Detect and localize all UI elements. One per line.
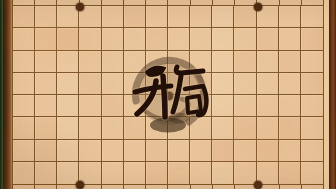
board-cell[interactable] xyxy=(79,140,101,162)
board-cell[interactable] xyxy=(13,6,35,28)
board-cell[interactable] xyxy=(13,28,35,50)
board-cell[interactable] xyxy=(257,28,279,50)
board-edge-left-wood xyxy=(3,0,12,189)
board-cell[interactable] xyxy=(279,51,301,73)
ink-circle-stamp-icon xyxy=(121,47,217,143)
board-cell[interactable] xyxy=(57,6,79,28)
board-cell[interactable] xyxy=(234,6,256,28)
board-cell[interactable] xyxy=(301,140,323,162)
star-point xyxy=(254,3,262,11)
board-cell[interactable] xyxy=(13,117,35,139)
board-cell[interactable] xyxy=(57,73,79,95)
board-cell[interactable] xyxy=(301,6,323,28)
board-cell[interactable] xyxy=(35,28,57,50)
board-cell[interactable] xyxy=(301,28,323,50)
board-cell[interactable] xyxy=(301,117,323,139)
board-cell[interactable] xyxy=(234,95,256,117)
board-cell[interactable] xyxy=(279,6,301,28)
board-edge-right-wood xyxy=(329,0,336,189)
board-cell[interactable] xyxy=(79,28,101,50)
board-cell[interactable] xyxy=(146,6,168,28)
board-cell[interactable] xyxy=(234,73,256,95)
board-cell[interactable] xyxy=(35,117,57,139)
board-cell[interactable] xyxy=(13,51,35,73)
board-cell[interactable] xyxy=(146,162,168,184)
board-cell[interactable] xyxy=(257,117,279,139)
board-cell[interactable] xyxy=(35,162,57,184)
game-board-screen: 开局 xyxy=(0,0,336,189)
board-cell[interactable] xyxy=(234,140,256,162)
board-cell[interactable] xyxy=(257,51,279,73)
board-cell[interactable] xyxy=(57,51,79,73)
board-cell[interactable] xyxy=(35,140,57,162)
board-cell[interactable] xyxy=(257,162,279,184)
board-cell[interactable] xyxy=(301,51,323,73)
board-cell[interactable] xyxy=(279,28,301,50)
board-cell[interactable] xyxy=(234,51,256,73)
board-cell[interactable] xyxy=(57,140,79,162)
board-cell[interactable] xyxy=(301,162,323,184)
board-cell[interactable] xyxy=(168,162,190,184)
board-cell[interactable] xyxy=(79,51,101,73)
board-cell[interactable] xyxy=(279,73,301,95)
board-cell[interactable] xyxy=(79,95,101,117)
board-cell[interactable] xyxy=(257,73,279,95)
board-cell[interactable] xyxy=(79,162,101,184)
board-cell[interactable] xyxy=(57,28,79,50)
board-cell[interactable] xyxy=(301,73,323,95)
board-cell[interactable] xyxy=(234,162,256,184)
board-cell[interactable] xyxy=(35,6,57,28)
opening-stamp: 开局 xyxy=(121,47,217,143)
board-cell[interactable] xyxy=(212,6,234,28)
board-cell[interactable] xyxy=(13,73,35,95)
board-cell[interactable] xyxy=(79,73,101,95)
board-cell[interactable] xyxy=(57,162,79,184)
star-point xyxy=(254,181,262,189)
board-cell[interactable] xyxy=(190,6,212,28)
board-cell[interactable] xyxy=(35,51,57,73)
board-cell[interactable] xyxy=(212,162,234,184)
board-cell[interactable] xyxy=(102,6,124,28)
board-cell[interactable] xyxy=(13,162,35,184)
star-point xyxy=(76,3,84,11)
board-cell[interactable] xyxy=(13,95,35,117)
board-cell[interactable] xyxy=(257,140,279,162)
board-cell[interactable] xyxy=(168,6,190,28)
board-cell[interactable] xyxy=(102,162,124,184)
board-cell[interactable] xyxy=(35,95,57,117)
board-cell[interactable] xyxy=(190,162,212,184)
board-cell[interactable] xyxy=(35,73,57,95)
board-cell[interactable] xyxy=(279,162,301,184)
board-cell[interactable] xyxy=(79,117,101,139)
board-cell[interactable] xyxy=(234,28,256,50)
board-cell[interactable] xyxy=(279,95,301,117)
board-cell[interactable] xyxy=(124,162,146,184)
board-cell[interactable] xyxy=(234,117,256,139)
board-cell[interactable] xyxy=(13,140,35,162)
board-cell[interactable] xyxy=(57,117,79,139)
gridline-extension-bottom xyxy=(12,185,325,189)
board-cell[interactable] xyxy=(57,95,79,117)
board-cell[interactable] xyxy=(301,95,323,117)
star-point xyxy=(76,181,84,189)
board-cell[interactable] xyxy=(124,6,146,28)
board-cell[interactable] xyxy=(279,117,301,139)
board-cell[interactable] xyxy=(257,95,279,117)
board-cell[interactable] xyxy=(279,140,301,162)
